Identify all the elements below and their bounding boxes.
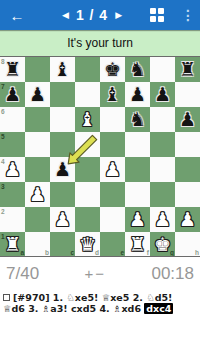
white-king[interactable]: ♚ [150, 232, 175, 257]
square-a4[interactable]: 4♟ [0, 157, 25, 182]
square-f2[interactable]: ♟ [125, 207, 150, 232]
board-area: 8♜♝♚♞♜7♟♟♝♟♟6♝♞♟54♟♟♟3♟2♟♟♟♟1a♜bcd♛ef♜g♚… [0, 57, 200, 257]
square-d2[interactable] [75, 207, 100, 232]
square-c8[interactable]: ♝ [50, 57, 75, 82]
square-h6[interactable]: ♟ [175, 107, 200, 132]
square-e7[interactable]: ♝ [100, 82, 125, 107]
square-h7[interactable] [175, 82, 200, 107]
black-rook[interactable]: ♜ [0, 57, 25, 82]
black-pawn[interactable]: ♟ [150, 82, 175, 107]
white-rook[interactable]: ♜ [0, 232, 25, 257]
black-pawn[interactable]: ♟ [50, 157, 75, 182]
puzzle-pager: ◀ 1 / 4 ▶ [34, 0, 150, 30]
square-a6[interactable]: 6 [0, 107, 25, 132]
square-e8[interactable]: ♚ [100, 57, 125, 82]
puzzle-position-label: 1 / 4 [76, 7, 108, 23]
white-rook[interactable]: ♜ [125, 232, 150, 257]
score-control[interactable]: +− [85, 265, 107, 282]
square-c6[interactable] [50, 107, 75, 132]
square-a2[interactable]: 2 [0, 207, 25, 232]
file-label-c: c [70, 249, 74, 256]
file-label-h: h [195, 249, 199, 256]
square-d6[interactable]: ♝ [75, 107, 100, 132]
square-b2[interactable] [25, 207, 50, 232]
back-icon[interactable]: ← [0, 7, 34, 24]
white-pawn[interactable]: ♟ [125, 207, 150, 232]
grid-cell [150, 8, 156, 14]
puzzle-grid-icon[interactable] [150, 8, 164, 22]
square-f3[interactable] [125, 182, 150, 207]
square-e2[interactable] [100, 207, 125, 232]
square-g5[interactable] [150, 132, 175, 157]
square-e5[interactable] [100, 132, 125, 157]
grid-cell [158, 8, 164, 14]
square-a5[interactable]: 5 [0, 132, 25, 157]
square-h2[interactable]: ♟ [175, 207, 200, 232]
square-f7[interactable]: ♟ [125, 82, 150, 107]
rank-label-5: 5 [1, 133, 5, 140]
square-f6[interactable]: ♞ [125, 107, 150, 132]
square-g7[interactable]: ♟ [150, 82, 175, 107]
move-counter: 7/40 [6, 264, 39, 284]
white-queen[interactable]: ♛ [75, 232, 100, 257]
black-pawn[interactable]: ♟ [25, 82, 50, 107]
black-bishop[interactable]: ♝ [50, 57, 75, 82]
chess-board: 8♜♝♚♞♜7♟♟♝♟♟6♝♞♟54♟♟♟3♟2♟♟♟♟1a♜bcd♛ef♜g♚… [0, 57, 200, 257]
turn-banner: It's your turn [0, 30, 200, 57]
highlighted-move[interactable]: dxc4 [144, 303, 173, 314]
square-c2[interactable]: ♟ [50, 207, 75, 232]
rank-label-6: 6 [1, 108, 5, 115]
square-e4[interactable]: ♟ [100, 157, 125, 182]
square-h1[interactable]: h [175, 232, 200, 257]
square-b3[interactable]: ♟ [25, 182, 50, 207]
square-f5[interactable] [125, 132, 150, 157]
square-g1[interactable]: g♚ [150, 232, 175, 257]
square-f1[interactable]: f♜ [125, 232, 150, 257]
square-c7[interactable] [50, 82, 75, 107]
square-h4[interactable] [175, 157, 200, 182]
board-bottom-edge [0, 256, 200, 257]
prev-puzzle-icon[interactable]: ◀ [62, 0, 69, 30]
square-h5[interactable] [175, 132, 200, 157]
square-e1[interactable]: e [100, 232, 125, 257]
square-b6[interactable] [25, 107, 50, 132]
square-b5[interactable] [25, 132, 50, 157]
square-c3[interactable] [50, 182, 75, 207]
grid-cell [158, 16, 164, 22]
square-c4[interactable]: ♟ [50, 157, 75, 182]
black-pawn[interactable]: ♟ [125, 82, 150, 107]
square-g2[interactable]: ♟ [150, 207, 175, 232]
rank-label-2: 2 [1, 208, 5, 215]
app-window: ← ◀ 1 / 4 ▶ ⋮ It's your turn 8♜♝♚♞♜7♟♟♝♟… [0, 0, 200, 341]
rank-label-3: 3 [1, 183, 5, 190]
square-h8[interactable]: ♜ [175, 57, 200, 82]
overflow-menu-icon[interactable]: ⋮ [178, 7, 198, 23]
square-a3[interactable]: 3 [0, 182, 25, 207]
white-pawn[interactable]: ♟ [150, 207, 175, 232]
square-g3[interactable] [150, 182, 175, 207]
status-row: 7/40 +− 00:18 [0, 257, 200, 290]
black-rook[interactable]: ♜ [175, 57, 200, 82]
square-g4[interactable] [150, 157, 175, 182]
square-a8[interactable]: 8♜ [0, 57, 25, 82]
square-d5[interactable] [75, 132, 100, 157]
white-pawn[interactable]: ♟ [0, 157, 25, 182]
black-knight[interactable]: ♞ [125, 107, 150, 132]
black-pawn[interactable]: ♟ [0, 82, 25, 107]
white-pawn[interactable]: ♟ [100, 157, 125, 182]
move-notation[interactable]: [#970] 1. ♘xe5! ♕xe5 2. ♘d5! ♕d6 3. ♗a3!… [0, 290, 200, 314]
turn-banner-text: It's your turn [67, 36, 133, 50]
square-e6[interactable] [100, 107, 125, 132]
square-f8[interactable]: ♞ [125, 57, 150, 82]
square-c5[interactable] [50, 132, 75, 157]
black-pawn[interactable]: ♟ [175, 107, 200, 132]
square-d8[interactable] [75, 57, 100, 82]
grid-cell [150, 16, 156, 22]
square-f4[interactable] [125, 157, 150, 182]
square-b1[interactable]: b [25, 232, 50, 257]
timer: 00:18 [151, 264, 194, 284]
black-knight[interactable]: ♞ [125, 57, 150, 82]
white-pawn[interactable]: ♟ [25, 182, 50, 207]
square-g8[interactable] [150, 57, 175, 82]
square-e3[interactable] [100, 182, 125, 207]
square-d1[interactable]: d♛ [75, 232, 100, 257]
square-g6[interactable] [150, 107, 175, 132]
white-to-move-icon [3, 294, 10, 301]
square-h3[interactable] [175, 182, 200, 207]
white-pawn[interactable]: ♟ [50, 207, 75, 232]
app-bar: ← ◀ 1 / 4 ▶ ⋮ [0, 0, 200, 30]
square-b8[interactable] [25, 57, 50, 82]
black-king[interactable]: ♚ [100, 57, 125, 82]
square-d7[interactable] [75, 82, 100, 107]
file-label-b: b [45, 249, 49, 256]
black-bishop[interactable]: ♝ [100, 82, 125, 107]
next-puzzle-icon[interactable]: ▶ [115, 0, 122, 30]
white-bishop[interactable]: ♝ [75, 107, 100, 132]
square-a1[interactable]: 1a♜ [0, 232, 25, 257]
white-pawn[interactable]: ♟ [175, 207, 200, 232]
square-d4[interactable] [75, 157, 100, 182]
square-a7[interactable]: 7♟ [0, 82, 25, 107]
square-c1[interactable]: c [50, 232, 75, 257]
problem-id: [#970] [13, 292, 49, 303]
file-label-e: e [120, 249, 124, 256]
square-b4[interactable] [25, 157, 50, 182]
square-d3[interactable] [75, 182, 100, 207]
square-b7[interactable]: ♟ [25, 82, 50, 107]
